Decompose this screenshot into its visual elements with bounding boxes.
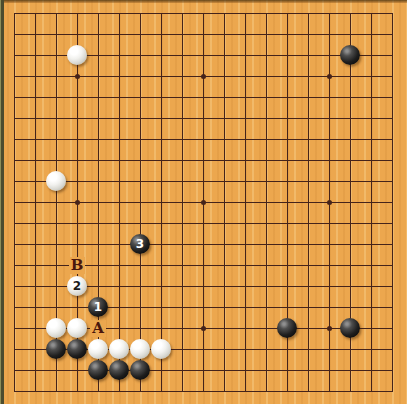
stone-white <box>67 45 87 65</box>
stone-black <box>88 360 108 380</box>
stone-white <box>88 339 108 359</box>
stone-black <box>340 45 360 65</box>
stone-black <box>67 339 87 359</box>
stone-black <box>109 360 129 380</box>
stone-black <box>46 339 66 359</box>
stone-black <box>340 318 360 338</box>
board-grid: 321BA <box>4 3 403 402</box>
stone-white <box>109 339 129 359</box>
stone-black-move-1: 1 <box>88 297 108 317</box>
stone-black <box>277 318 297 338</box>
stone-white <box>46 318 66 338</box>
stone-black <box>130 360 150 380</box>
go-board[interactable]: 321BA <box>0 0 407 404</box>
stone-white <box>151 339 171 359</box>
stone-white-move-2: 2 <box>67 276 87 296</box>
point-label-A: A <box>90 320 106 337</box>
stone-white <box>46 171 66 191</box>
point-label-B: B <box>69 257 86 274</box>
move-number: 1 <box>94 301 102 313</box>
stone-white <box>67 318 87 338</box>
stone-black-move-3: 3 <box>130 234 150 254</box>
move-number: 3 <box>136 238 144 250</box>
move-number: 2 <box>73 280 81 292</box>
stone-white <box>130 339 150 359</box>
